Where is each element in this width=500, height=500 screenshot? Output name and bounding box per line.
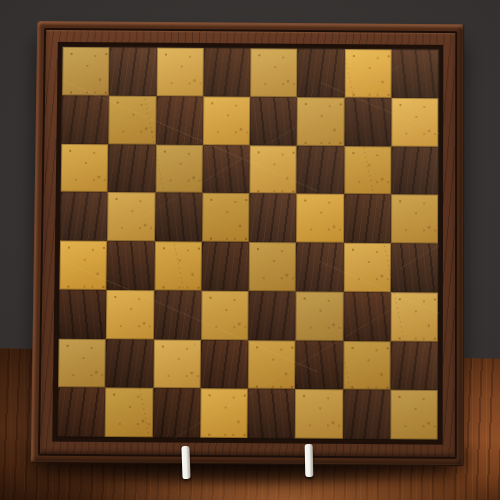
square-d1	[200, 388, 248, 438]
square-c5	[155, 193, 203, 242]
square-g7	[344, 97, 391, 146]
square-f4	[296, 242, 344, 291]
square-b1	[105, 388, 153, 438]
square-g3	[343, 292, 391, 341]
square-d6	[202, 144, 250, 193]
square-c1	[152, 388, 200, 438]
square-g5	[343, 194, 390, 243]
square-b3	[106, 290, 154, 339]
square-a8	[62, 47, 110, 96]
square-h1	[390, 390, 438, 440]
square-f5	[296, 194, 343, 243]
square-c2	[153, 339, 201, 388]
square-f8	[297, 49, 344, 98]
square-b5	[107, 192, 155, 241]
square-e3	[248, 291, 296, 340]
square-b6	[108, 144, 156, 193]
square-h6	[391, 146, 438, 195]
square-a5	[60, 192, 108, 241]
square-h7	[391, 98, 438, 147]
photo-scene	[0, 0, 500, 500]
square-e4	[249, 242, 297, 291]
square-c3	[153, 290, 201, 339]
square-f1	[295, 389, 343, 439]
square-d5	[202, 193, 250, 242]
square-b2	[105, 339, 153, 388]
chessboard	[31, 21, 464, 466]
square-d7	[203, 96, 250, 145]
square-e1	[247, 389, 295, 439]
stand-prong-right	[305, 444, 314, 477]
square-a1	[57, 387, 105, 437]
square-e7	[250, 97, 297, 146]
square-h5	[391, 194, 438, 243]
board-frame-moulding	[31, 21, 464, 466]
board-frame-band	[38, 28, 457, 459]
square-e5	[249, 193, 297, 242]
square-a6	[61, 143, 109, 192]
square-g2	[343, 340, 391, 389]
square-f6	[297, 145, 344, 194]
square-d3	[201, 290, 249, 339]
square-f3	[296, 291, 344, 340]
square-b8	[109, 47, 157, 96]
square-d8	[203, 48, 250, 97]
square-b4	[107, 241, 155, 290]
square-e2	[248, 340, 296, 389]
square-g1	[343, 390, 391, 440]
square-h8	[391, 49, 438, 98]
square-a3	[59, 289, 107, 338]
board-playing-surface	[52, 42, 443, 445]
square-c6	[155, 144, 203, 193]
board-grid	[57, 47, 438, 440]
square-e8	[250, 48, 297, 97]
square-d4	[201, 242, 249, 291]
square-c8	[156, 48, 203, 97]
square-g8	[344, 49, 391, 98]
square-b7	[108, 95, 156, 144]
square-g4	[343, 243, 390, 292]
square-c4	[154, 241, 202, 290]
stand-prong-left	[181, 446, 190, 479]
square-h4	[391, 243, 438, 292]
square-h2	[390, 341, 438, 390]
square-a7	[61, 95, 109, 144]
square-a2	[58, 338, 106, 387]
square-d2	[200, 339, 248, 388]
square-f7	[297, 97, 344, 146]
square-g6	[344, 146, 391, 195]
square-h3	[390, 292, 437, 341]
square-c7	[156, 96, 204, 145]
square-e6	[249, 145, 296, 194]
square-a4	[59, 241, 107, 290]
square-f2	[295, 340, 343, 389]
